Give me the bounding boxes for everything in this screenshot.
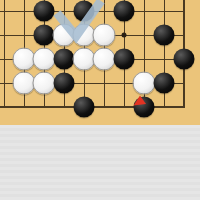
black-stone[interactable] (74, 97, 95, 118)
white-stone[interactable] (93, 48, 116, 71)
go-app-screen (0, 0, 200, 200)
black-stone[interactable] (54, 73, 75, 94)
go-board[interactable] (0, 0, 200, 125)
black-stone[interactable] (34, 1, 55, 22)
white-stone[interactable] (33, 72, 56, 95)
white-stone[interactable] (33, 48, 56, 71)
white-stone[interactable] (93, 24, 116, 47)
background-panel (0, 125, 200, 200)
hoshi-point (122, 33, 127, 38)
white-stone[interactable] (133, 72, 156, 95)
black-stone[interactable] (134, 97, 155, 118)
black-stone[interactable] (154, 25, 175, 46)
black-stone[interactable] (34, 25, 55, 46)
black-stone[interactable] (114, 49, 135, 70)
black-stone[interactable] (74, 1, 95, 22)
board-gridline (4, 0, 5, 108)
black-stone[interactable] (154, 73, 175, 94)
black-stone[interactable] (174, 49, 195, 70)
black-stone[interactable] (54, 49, 75, 70)
black-stone[interactable] (114, 1, 135, 22)
